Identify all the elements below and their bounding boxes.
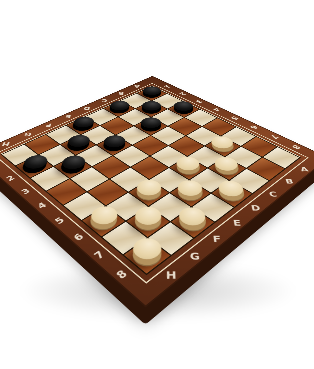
square-h6[interactable] — [82, 206, 125, 236]
square-f4[interactable] — [93, 156, 130, 178]
rank-label: 1 — [0, 157, 12, 175]
black-checker-e3[interactable] — [100, 133, 130, 150]
white-checker-d8[interactable] — [214, 178, 248, 200]
square-g6[interactable] — [107, 193, 148, 221]
square-h2[interactable] — [16, 155, 53, 177]
square-h5[interactable] — [64, 192, 105, 220]
square-h3[interactable] — [31, 167, 69, 191]
square-d6[interactable] — [170, 157, 207, 180]
square-e5[interactable] — [131, 156, 168, 178]
black-checker-f2[interactable] — [64, 133, 94, 150]
square-e6[interactable] — [150, 168, 188, 192]
square-e8[interactable] — [192, 194, 233, 222]
white-checker-f8[interactable] — [174, 204, 211, 229]
white-checker-g7[interactable] — [130, 203, 167, 228]
square-h4[interactable] — [47, 179, 86, 205]
white-checker-b6[interactable] — [207, 134, 237, 151]
white-checker-e7[interactable] — [173, 177, 207, 199]
black-checker-b2[interactable] — [138, 99, 165, 112]
square-f5[interactable] — [110, 168, 148, 192]
square-f7[interactable] — [149, 193, 190, 221]
white-checker-h6[interactable] — [86, 203, 122, 228]
square-g5[interactable] — [88, 180, 128, 206]
square-c8[interactable] — [230, 169, 268, 193]
square-h7[interactable] — [102, 222, 146, 254]
square-g4[interactable] — [71, 167, 109, 191]
square-g8[interactable] — [149, 222, 193, 254]
pieces-layer — [2, 87, 299, 274]
square-f8[interactable] — [171, 208, 214, 238]
white-checker-f6[interactable] — [132, 177, 166, 199]
square-c7[interactable] — [208, 157, 245, 180]
white-checker-c7[interactable] — [210, 154, 242, 173]
square-d8[interactable] — [212, 181, 252, 207]
black-checker-c3[interactable] — [137, 115, 165, 130]
product-photo-background: 12345678 12345678 ABCDEFGH ABCDEFGH — [0, 0, 314, 369]
square-g7[interactable] — [127, 207, 170, 237]
square-h8[interactable] — [124, 238, 170, 273]
square-e7[interactable] — [170, 180, 210, 206]
black-checker-h2[interactable] — [20, 153, 52, 172]
white-checker-h8[interactable] — [127, 234, 167, 264]
square-b8[interactable] — [247, 158, 284, 181]
square-f6[interactable] — [129, 180, 169, 206]
white-checker-d6[interactable] — [172, 154, 204, 173]
black-checker-g3[interactable] — [58, 153, 90, 172]
square-g3[interactable] — [54, 156, 91, 178]
square-d7[interactable] — [190, 168, 228, 192]
